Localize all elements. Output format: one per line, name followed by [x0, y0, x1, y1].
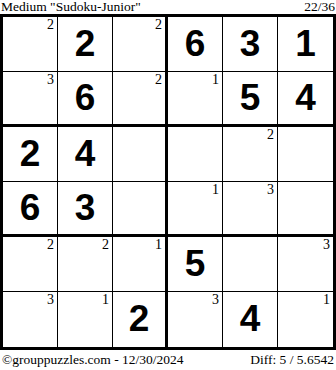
corner-mark: 3	[212, 292, 219, 307]
cell-r5c3[interactable]: 1	[113, 237, 168, 292]
given-digit: 4	[75, 135, 96, 172]
corner-mark: 1	[212, 182, 219, 197]
copyright-date-label: ©grouppuzzles.com - 12/30/2024	[2, 353, 184, 367]
cell-r1c4[interactable]: 6	[168, 17, 223, 72]
cell-r3c1[interactable]: 2	[3, 127, 58, 182]
given-digit: 3	[240, 25, 261, 62]
cell-r4c1[interactable]: 6	[3, 182, 58, 237]
cell-r5c1[interactable]: 2	[3, 237, 58, 292]
corner-mark: 3	[47, 292, 54, 307]
sudoku-grid: 222631362154242631322153312341	[0, 14, 336, 350]
given-digit: 1	[295, 25, 316, 62]
given-digit: 4	[240, 300, 261, 337]
page-footer: ©grouppuzzles.com - 12/30/2024 Diff: 5 /…	[0, 350, 336, 370]
given-digit: 6	[75, 79, 96, 116]
empty-cell-counter: 22/36	[304, 0, 335, 14]
cell-r4c2[interactable]: 3	[58, 182, 113, 237]
cell-r2c1[interactable]: 3	[3, 72, 58, 127]
given-digit: 5	[240, 79, 261, 116]
corner-mark: 2	[267, 127, 274, 142]
cell-r3c5[interactable]: 2	[223, 127, 278, 182]
cell-r2c6[interactable]: 4	[278, 72, 333, 127]
given-digit: 2	[75, 25, 96, 62]
cell-r2c3[interactable]: 2	[113, 72, 168, 127]
cell-r1c2[interactable]: 2	[58, 17, 113, 72]
cell-r5c6[interactable]: 3	[278, 237, 333, 292]
puzzle-title: Medium "Sudoku-Junior"	[1, 0, 141, 14]
cell-r3c2[interactable]: 4	[58, 127, 113, 182]
cell-r5c2[interactable]: 2	[58, 237, 113, 292]
cell-r6c6[interactable]: 1	[278, 292, 333, 347]
given-digit: 4	[295, 79, 316, 116]
corner-mark: 2	[47, 17, 54, 32]
corner-mark: 2	[102, 237, 109, 252]
puzzle-page: Medium "Sudoku-Junior" 22/36 22263136215…	[0, 0, 336, 370]
cell-r4c5[interactable]: 3	[223, 182, 278, 237]
corner-mark: 2	[47, 237, 54, 252]
difficulty-label: Diff: 5 / 5.6542	[250, 353, 334, 367]
cell-r6c3[interactable]: 2	[113, 292, 168, 347]
corner-mark: 3	[47, 72, 54, 87]
corner-mark: 1	[323, 292, 330, 307]
cell-r3c6[interactable]	[278, 127, 333, 182]
cell-r1c1[interactable]: 2	[3, 17, 58, 72]
cell-r3c4[interactable]	[168, 127, 223, 182]
page-header: Medium "Sudoku-Junior" 22/36	[0, 0, 336, 14]
corner-mark: 2	[155, 72, 162, 87]
cell-r2c4[interactable]: 1	[168, 72, 223, 127]
cell-r5c5[interactable]	[223, 237, 278, 292]
cell-r3c3[interactable]	[113, 127, 168, 182]
given-digit: 6	[20, 189, 41, 226]
cell-r4c6[interactable]	[278, 182, 333, 237]
cell-r6c2[interactable]: 1	[58, 292, 113, 347]
corner-mark: 3	[323, 237, 330, 252]
given-digit: 5	[185, 245, 206, 282]
cell-r6c1[interactable]: 3	[3, 292, 58, 347]
given-digit: 6	[185, 25, 206, 62]
corner-mark: 1	[102, 292, 109, 307]
cell-r2c2[interactable]: 6	[58, 72, 113, 127]
cell-r6c4[interactable]: 3	[168, 292, 223, 347]
cell-r1c6[interactable]: 1	[278, 17, 333, 72]
corner-mark: 1	[155, 237, 162, 252]
given-digit: 3	[75, 189, 96, 226]
cell-r6c5[interactable]: 4	[223, 292, 278, 347]
given-digit: 2	[129, 300, 150, 337]
cell-r2c5[interactable]: 5	[223, 72, 278, 127]
cell-r4c4[interactable]: 1	[168, 182, 223, 237]
given-digit: 2	[20, 135, 41, 172]
cell-r4c3[interactable]	[113, 182, 168, 237]
corner-mark: 2	[155, 17, 162, 32]
corner-mark: 1	[212, 72, 219, 87]
cell-r1c3[interactable]: 2	[113, 17, 168, 72]
cell-r1c5[interactable]: 3	[223, 17, 278, 72]
corner-mark: 3	[267, 182, 274, 197]
cell-r5c4[interactable]: 5	[168, 237, 223, 292]
